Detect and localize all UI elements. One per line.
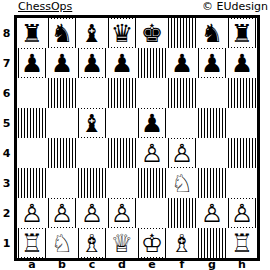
- piece-black-bishop[interactable]: ♝: [79, 109, 105, 137]
- square-d7[interactable]: ♟: [107, 48, 137, 78]
- square-e2[interactable]: [137, 198, 167, 228]
- square-h2[interactable]: ♙: [227, 198, 257, 228]
- square-a6[interactable]: [17, 78, 47, 108]
- square-e1[interactable]: ♔: [137, 228, 167, 258]
- rank-label-2: 2: [0, 198, 13, 228]
- square-h6[interactable]: [227, 78, 257, 108]
- square-c2[interactable]: ♙: [77, 198, 107, 228]
- piece-black-pawn[interactable]: ♟: [109, 49, 135, 77]
- square-h7[interactable]: ♟: [227, 48, 257, 78]
- square-e3[interactable]: [137, 168, 167, 198]
- square-f8[interactable]: [167, 18, 197, 48]
- square-f1[interactable]: ♗: [167, 228, 197, 258]
- piece-white-king[interactable]: ♔: [139, 229, 165, 257]
- rank-label-1: 1: [0, 228, 13, 258]
- piece-white-pawn[interactable]: ♙: [19, 199, 45, 227]
- square-f7[interactable]: ♟: [167, 48, 197, 78]
- square-d6[interactable]: [107, 78, 137, 108]
- square-c3[interactable]: [77, 168, 107, 198]
- rank-label-3: 3: [0, 168, 13, 198]
- piece-white-knight[interactable]: ♘: [49, 229, 75, 257]
- file-label-f: f: [167, 259, 197, 270]
- file-label-d: d: [107, 259, 137, 270]
- square-f5[interactable]: [167, 108, 197, 138]
- square-g7[interactable]: ♟: [197, 48, 227, 78]
- piece-black-pawn[interactable]: ♟: [229, 49, 255, 77]
- square-a1[interactable]: ♖: [17, 228, 47, 258]
- square-e4[interactable]: ♙: [137, 138, 167, 168]
- square-b6[interactable]: [47, 78, 77, 108]
- square-h8[interactable]: ♜: [227, 18, 257, 48]
- square-d8[interactable]: ♛: [107, 18, 137, 48]
- square-b7[interactable]: ♟: [47, 48, 77, 78]
- square-c5[interactable]: ♝: [77, 108, 107, 138]
- piece-white-pawn[interactable]: ♙: [229, 199, 255, 227]
- square-f6[interactable]: [167, 78, 197, 108]
- square-a3[interactable]: [17, 168, 47, 198]
- square-g3[interactable]: [197, 168, 227, 198]
- square-d4[interactable]: [107, 138, 137, 168]
- piece-black-king[interactable]: ♚: [139, 19, 165, 47]
- piece-white-queen[interactable]: ♕: [109, 229, 135, 257]
- piece-black-knight[interactable]: ♞: [199, 19, 225, 47]
- square-d2[interactable]: ♙: [107, 198, 137, 228]
- piece-white-bishop[interactable]: ♗: [79, 229, 105, 257]
- piece-white-rook[interactable]: ♖: [19, 229, 45, 257]
- square-g2[interactable]: ♙: [197, 198, 227, 228]
- piece-black-rook[interactable]: ♜: [19, 19, 45, 47]
- square-d1[interactable]: ♕: [107, 228, 137, 258]
- piece-white-pawn[interactable]: ♙: [79, 199, 105, 227]
- square-g5[interactable]: [197, 108, 227, 138]
- file-label-h: h: [227, 259, 257, 270]
- file-label-e: e: [137, 259, 167, 270]
- square-h1[interactable]: ♖: [227, 228, 257, 258]
- square-e5[interactable]: ♟: [137, 108, 167, 138]
- square-e7[interactable]: [137, 48, 167, 78]
- square-a2[interactable]: ♙: [17, 198, 47, 228]
- square-b2[interactable]: ♙: [47, 198, 77, 228]
- rank-label-8: 8: [0, 18, 13, 48]
- square-h4[interactable]: [227, 138, 257, 168]
- piece-black-pawn[interactable]: ♟: [169, 49, 195, 77]
- square-c4[interactable]: [77, 138, 107, 168]
- chessops-page: ChessOps © EUdesign 87654321 ♜♞♝♛♚♞♜♟♟♟♟…: [0, 0, 270, 270]
- piece-black-bishop[interactable]: ♝: [79, 19, 105, 47]
- file-label-g: g: [197, 259, 227, 270]
- square-a4[interactable]: [17, 138, 47, 168]
- piece-white-pawn[interactable]: ♙: [169, 139, 195, 167]
- piece-white-pawn[interactable]: ♙: [199, 199, 225, 227]
- square-g6[interactable]: [197, 78, 227, 108]
- square-b1[interactable]: ♘: [47, 228, 77, 258]
- piece-black-pawn[interactable]: ♟: [79, 49, 105, 77]
- piece-white-pawn[interactable]: ♙: [109, 199, 135, 227]
- piece-black-queen[interactable]: ♛: [109, 19, 135, 47]
- piece-black-knight[interactable]: ♞: [49, 19, 75, 47]
- rank-label-4: 4: [0, 138, 13, 168]
- piece-white-knight[interactable]: ♘: [169, 169, 195, 197]
- piece-white-bishop[interactable]: ♗: [169, 229, 195, 257]
- square-b3[interactable]: [47, 168, 77, 198]
- square-g1[interactable]: [197, 228, 227, 258]
- square-d3[interactable]: [107, 168, 137, 198]
- rank-label-7: 7: [0, 48, 13, 78]
- square-f2[interactable]: [167, 198, 197, 228]
- rank-label-6: 6: [0, 78, 13, 108]
- square-b4[interactable]: [47, 138, 77, 168]
- square-c6[interactable]: [77, 78, 107, 108]
- square-g8[interactable]: ♞: [197, 18, 227, 48]
- square-d5[interactable]: [107, 108, 137, 138]
- piece-black-pawn[interactable]: ♟: [199, 49, 225, 77]
- square-g4[interactable]: [197, 138, 227, 168]
- square-c8[interactable]: ♝: [77, 18, 107, 48]
- piece-black-rook[interactable]: ♜: [229, 19, 255, 47]
- square-b5[interactable]: [47, 108, 77, 138]
- square-a5[interactable]: [17, 108, 47, 138]
- square-c7[interactable]: ♟: [77, 48, 107, 78]
- piece-black-pawn[interactable]: ♟: [49, 49, 75, 77]
- square-h3[interactable]: [227, 168, 257, 198]
- square-c1[interactable]: ♗: [77, 228, 107, 258]
- file-labels: abcdefgh: [17, 259, 257, 270]
- chessops-link[interactable]: ChessOps: [18, 1, 72, 13]
- rank-label-5: 5: [0, 108, 13, 138]
- piece-black-pawn[interactable]: ♟: [139, 109, 165, 137]
- piece-white-pawn[interactable]: ♙: [139, 139, 165, 167]
- square-e6[interactable]: [137, 78, 167, 108]
- credit-text: © EUdesign: [202, 1, 268, 13]
- square-a8[interactable]: ♜: [17, 18, 47, 48]
- file-label-c: c: [77, 259, 107, 270]
- piece-black-pawn[interactable]: ♟: [19, 49, 45, 77]
- chess-board: ♜♞♝♛♚♞♜♟♟♟♟♟♟♟♝♟♙♙♘♙♙♙♙♙♙♖♘♗♕♔♗♖: [14, 15, 260, 261]
- file-label-a: a: [17, 259, 47, 270]
- square-f4[interactable]: ♙: [167, 138, 197, 168]
- square-f3[interactable]: ♘: [167, 168, 197, 198]
- piece-white-rook[interactable]: ♖: [229, 229, 255, 257]
- square-b8[interactable]: ♞: [47, 18, 77, 48]
- file-label-b: b: [47, 259, 77, 270]
- square-e8[interactable]: ♚: [137, 18, 167, 48]
- square-a7[interactable]: ♟: [17, 48, 47, 78]
- piece-white-pawn[interactable]: ♙: [49, 199, 75, 227]
- rank-labels: 87654321: [0, 18, 13, 258]
- square-h5[interactable]: [227, 108, 257, 138]
